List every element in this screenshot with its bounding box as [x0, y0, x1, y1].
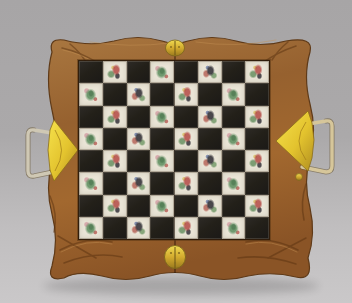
top-hinge [166, 40, 185, 56]
square-a7[interactable] [79, 83, 103, 105]
fold-seam [174, 60, 175, 240]
square-c1[interactable] [127, 217, 151, 239]
square-g2[interactable] [222, 195, 246, 217]
square-a2[interactable] [79, 195, 103, 217]
square-f2[interactable] [198, 195, 222, 217]
square-a6[interactable] [79, 106, 103, 128]
square-c7[interactable] [127, 83, 151, 105]
square-c5[interactable] [127, 128, 151, 150]
square-e7[interactable] [174, 83, 198, 105]
square-f6[interactable] [198, 106, 222, 128]
square-h5[interactable] [245, 128, 269, 150]
square-a5[interactable] [79, 128, 103, 150]
board-shadow [43, 277, 319, 295]
square-d8[interactable] [150, 61, 174, 83]
square-f3[interactable] [198, 172, 222, 194]
square-b8[interactable] [103, 61, 127, 83]
square-d1[interactable] [150, 217, 174, 239]
brass-catch [296, 174, 303, 181]
square-c2[interactable] [127, 195, 151, 217]
square-b4[interactable] [103, 150, 127, 172]
square-g7[interactable] [222, 83, 246, 105]
square-e8[interactable] [174, 61, 198, 83]
square-b2[interactable] [103, 195, 127, 217]
bottom-hinge [165, 246, 186, 269]
square-b3[interactable] [103, 172, 127, 194]
square-f8[interactable] [198, 61, 222, 83]
square-d3[interactable] [150, 172, 174, 194]
square-d7[interactable] [150, 83, 174, 105]
square-g4[interactable] [222, 150, 246, 172]
square-h2[interactable] [245, 195, 269, 217]
square-a3[interactable] [79, 172, 103, 194]
square-g6[interactable] [222, 106, 246, 128]
square-h1[interactable] [245, 217, 269, 239]
square-a1[interactable] [79, 217, 103, 239]
square-g1[interactable] [222, 217, 246, 239]
square-c6[interactable] [127, 106, 151, 128]
square-b7[interactable] [103, 83, 127, 105]
square-e1[interactable] [174, 217, 198, 239]
square-f7[interactable] [198, 83, 222, 105]
square-e3[interactable] [174, 172, 198, 194]
square-f1[interactable] [198, 217, 222, 239]
square-b6[interactable] [103, 106, 127, 128]
square-e6[interactable] [174, 106, 198, 128]
square-h6[interactable] [245, 106, 269, 128]
photo-backdrop [0, 0, 352, 303]
square-c3[interactable] [127, 172, 151, 194]
square-h3[interactable] [245, 172, 269, 194]
square-d5[interactable] [150, 128, 174, 150]
square-e2[interactable] [174, 195, 198, 217]
square-e4[interactable] [174, 150, 198, 172]
square-c4[interactable] [127, 150, 151, 172]
square-h7[interactable] [245, 83, 269, 105]
square-d2[interactable] [150, 195, 174, 217]
square-f4[interactable] [198, 150, 222, 172]
square-d6[interactable] [150, 106, 174, 128]
square-b5[interactable] [103, 128, 127, 150]
square-f5[interactable] [198, 128, 222, 150]
square-g3[interactable] [222, 172, 246, 194]
square-e5[interactable] [174, 128, 198, 150]
square-h4[interactable] [245, 150, 269, 172]
square-g8[interactable] [222, 61, 246, 83]
square-c8[interactable] [127, 61, 151, 83]
square-h8[interactable] [245, 61, 269, 83]
square-a4[interactable] [79, 150, 103, 172]
square-d4[interactable] [150, 150, 174, 172]
square-a8[interactable] [79, 61, 103, 83]
square-g5[interactable] [222, 128, 246, 150]
square-b1[interactable] [103, 217, 127, 239]
